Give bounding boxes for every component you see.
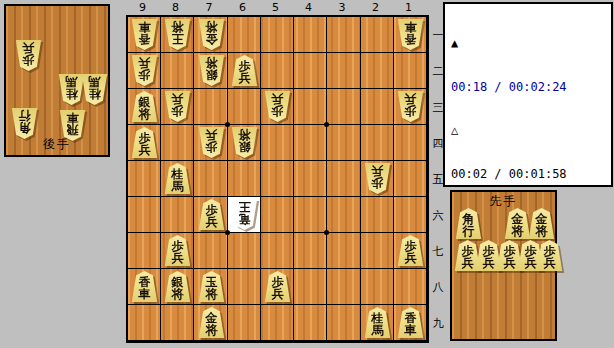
- piece-銀将-7二[interactable]: 銀将: [198, 55, 225, 86]
- piece-香車-9一[interactable]: 香車: [131, 19, 158, 50]
- square-9五[interactable]: [128, 161, 161, 197]
- piece-桂馬-8五[interactable]: 桂馬: [164, 163, 191, 194]
- square-8九[interactable]: [161, 305, 194, 341]
- square-1四[interactable]: [394, 125, 427, 161]
- hoshi-dot: [225, 122, 230, 127]
- square-3六[interactable]: [327, 197, 361, 233]
- sente-mark: ▲: [451, 36, 611, 51]
- piece-歩兵-9四[interactable]: 歩兵: [131, 127, 158, 158]
- piece-角行[interactable]: 角行: [11, 108, 38, 139]
- piece-金将-7九[interactable]: 金将: [198, 307, 225, 338]
- square-4六[interactable]: [294, 197, 327, 233]
- square-9六[interactable]: [128, 197, 161, 233]
- rank-label-八: 八: [431, 280, 445, 295]
- piece-竜王-6六[interactable]: 竜王: [231, 199, 258, 230]
- file-label-3: 3: [334, 1, 350, 14]
- piece-歩兵[interactable]: 歩兵: [536, 240, 563, 271]
- piece-桂馬-2九[interactable]: 桂馬: [364, 307, 391, 338]
- square-2一[interactable]: [361, 17, 394, 53]
- rank-label-六: 六: [431, 208, 445, 223]
- file-label-1: 1: [401, 1, 417, 14]
- square-3一[interactable]: [327, 17, 361, 53]
- square-4五[interactable]: [294, 161, 327, 197]
- hoshi-dot: [324, 122, 329, 127]
- square-9九[interactable]: [128, 305, 161, 341]
- file-label-7: 7: [201, 1, 217, 14]
- piece-歩兵-2五[interactable]: 歩兵: [364, 163, 391, 194]
- info-panel: ▲ 00:18 / 00:02:24 △ 00:02 / 00:01:58 手合…: [443, 2, 613, 187]
- piece-王将-8一[interactable]: 王将: [164, 19, 191, 50]
- square-5二[interactable]: [261, 53, 294, 89]
- square-1二[interactable]: [394, 53, 427, 89]
- file-label-2: 2: [368, 1, 384, 14]
- file-label-6: 6: [235, 1, 251, 14]
- square-1五[interactable]: [394, 161, 427, 197]
- piece-歩兵-5八[interactable]: 歩兵: [264, 271, 291, 302]
- sente-clock: 00:18 / 00:02:24: [451, 80, 611, 95]
- square-1八[interactable]: [394, 269, 427, 305]
- square-4二[interactable]: [294, 53, 327, 89]
- square-8四[interactable]: [161, 125, 194, 161]
- square-4四[interactable]: [294, 125, 327, 161]
- square-6七[interactable]: [228, 233, 261, 269]
- shogi-board: 香車王将金将香車歩兵銀将歩兵銀将歩兵歩兵歩兵歩兵歩兵銀将桂馬歩兵歩兵竜王歩兵歩兵…: [126, 15, 429, 343]
- square-2六[interactable]: [361, 197, 394, 233]
- square-4三[interactable]: [294, 89, 327, 125]
- piece-金将[interactable]: 金将: [528, 208, 555, 239]
- sente-hand-tray[interactable]: 先手 角行金将金将歩兵歩兵歩兵歩兵歩兵: [450, 190, 557, 341]
- square-5四[interactable]: [261, 125, 294, 161]
- square-2四[interactable]: [361, 125, 394, 161]
- piece-玉将-7八[interactable]: 玉将: [198, 271, 225, 302]
- square-5六[interactable]: [261, 197, 294, 233]
- piece-歩兵-7四[interactable]: 歩兵: [198, 127, 225, 158]
- square-6三[interactable]: [228, 89, 261, 125]
- square-3九[interactable]: [327, 305, 361, 341]
- piece-香車-1一[interactable]: 香車: [397, 19, 424, 50]
- square-6五[interactable]: [228, 161, 261, 197]
- piece-飛車[interactable]: 飛車: [59, 110, 86, 141]
- square-5一[interactable]: [261, 17, 294, 53]
- file-label-4: 4: [301, 1, 317, 14]
- gote-hand-tray[interactable]: 歩兵桂馬桂馬角行飛車 後手: [4, 4, 110, 157]
- piece-角行[interactable]: 角行: [455, 208, 482, 239]
- square-6八[interactable]: [228, 269, 261, 305]
- file-label-9: 9: [135, 1, 151, 14]
- piece-歩兵-9二[interactable]: 歩兵: [131, 55, 158, 86]
- square-4七[interactable]: [294, 233, 327, 269]
- piece-歩兵-1三[interactable]: 歩兵: [397, 91, 424, 122]
- square-4九[interactable]: [294, 305, 327, 341]
- square-5五[interactable]: [261, 161, 294, 197]
- gote-mark: △: [451, 123, 611, 138]
- square-1六[interactable]: [394, 197, 427, 233]
- file-label-8: 8: [168, 1, 184, 14]
- hoshi-dot: [324, 230, 329, 235]
- app-background: { "game": "shogi", "position": { "sfen":…: [0, 0, 614, 348]
- square-4八[interactable]: [294, 269, 327, 305]
- square-9七[interactable]: [128, 233, 161, 269]
- piece-歩兵-8七[interactable]: 歩兵: [164, 235, 191, 266]
- piece-歩兵-1七[interactable]: 歩兵: [397, 235, 424, 266]
- rank-label-九: 九: [431, 316, 445, 331]
- square-4一[interactable]: [294, 17, 327, 53]
- piece-銀将-8八[interactable]: 銀将: [164, 271, 191, 302]
- piece-金将[interactable]: 金将: [504, 208, 531, 239]
- square-3七[interactable]: [327, 233, 361, 269]
- file-label-5: 5: [268, 1, 284, 14]
- piece-歩兵-5三[interactable]: 歩兵: [264, 91, 291, 122]
- square-8二[interactable]: [161, 53, 194, 89]
- piece-桂馬[interactable]: 桂馬: [81, 74, 108, 105]
- square-7七[interactable]: [194, 233, 228, 269]
- square-5七[interactable]: [261, 233, 294, 269]
- piece-銀将-6四[interactable]: 銀将: [231, 127, 258, 158]
- piece-金将-7一[interactable]: 金将: [198, 19, 225, 50]
- square-2二[interactable]: [361, 53, 394, 89]
- square-8六[interactable]: [161, 197, 194, 233]
- piece-歩兵-6二[interactable]: 歩兵: [231, 55, 258, 86]
- square-2三[interactable]: [361, 89, 394, 125]
- square-7五[interactable]: [194, 161, 228, 197]
- piece-歩兵-7六[interactable]: 歩兵: [198, 199, 225, 230]
- square-6九[interactable]: [228, 305, 261, 341]
- square-3五[interactable]: [327, 161, 361, 197]
- piece-銀将-9三[interactable]: 銀将: [131, 91, 158, 122]
- piece-歩兵-8三[interactable]: 歩兵: [164, 91, 191, 122]
- square-3二[interactable]: [327, 53, 361, 89]
- gote-clock: 00:02 / 00:01:58: [451, 167, 611, 182]
- piece-香車-9八[interactable]: 香車: [131, 271, 158, 302]
- square-3三[interactable]: [327, 89, 361, 125]
- square-7三[interactable]: [194, 89, 228, 125]
- piece-歩兵[interactable]: 歩兵: [15, 40, 42, 71]
- hoshi-dot: [225, 230, 230, 235]
- square-2七[interactable]: [361, 233, 394, 269]
- square-5九[interactable]: [261, 305, 294, 341]
- square-3四[interactable]: [327, 125, 361, 161]
- square-2八[interactable]: [361, 269, 394, 305]
- square-6一[interactable]: [228, 17, 261, 53]
- square-3八[interactable]: [327, 269, 361, 305]
- rank-label-七: 七: [431, 244, 445, 259]
- piece-香車-1九[interactable]: 香車: [397, 307, 424, 338]
